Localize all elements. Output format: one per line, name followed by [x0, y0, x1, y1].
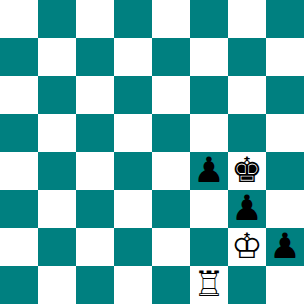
- square-g2[interactable]: ♔: [228, 228, 266, 266]
- square-e4[interactable]: [152, 152, 190, 190]
- black-pawn-icon: ♟: [231, 190, 262, 227]
- square-g6[interactable]: [228, 76, 266, 114]
- square-a1[interactable]: [0, 266, 38, 304]
- square-f5[interactable]: [190, 114, 228, 152]
- square-b7[interactable]: [38, 38, 76, 76]
- square-c6[interactable]: [76, 76, 114, 114]
- square-c7[interactable]: [76, 38, 114, 76]
- square-e8[interactable]: [152, 0, 190, 38]
- square-b5[interactable]: [38, 114, 76, 152]
- square-d7[interactable]: [114, 38, 152, 76]
- square-b3[interactable]: [38, 190, 76, 228]
- square-g3[interactable]: ♟: [228, 190, 266, 228]
- square-b4[interactable]: [38, 152, 76, 190]
- square-g4[interactable]: ♚: [228, 152, 266, 190]
- square-d6[interactable]: [114, 76, 152, 114]
- square-e1[interactable]: [152, 266, 190, 304]
- square-c2[interactable]: [76, 228, 114, 266]
- square-c8[interactable]: [76, 0, 114, 38]
- square-h2[interactable]: ♟: [266, 228, 304, 266]
- square-f4[interactable]: ♟: [190, 152, 228, 190]
- square-a3[interactable]: [0, 190, 38, 228]
- square-e3[interactable]: [152, 190, 190, 228]
- square-f7[interactable]: [190, 38, 228, 76]
- square-d8[interactable]: [114, 0, 152, 38]
- square-h8[interactable]: [266, 0, 304, 38]
- square-h4[interactable]: [266, 152, 304, 190]
- square-d3[interactable]: [114, 190, 152, 228]
- square-c5[interactable]: [76, 114, 114, 152]
- black-pawn-icon: ♟: [193, 152, 224, 189]
- square-c4[interactable]: [76, 152, 114, 190]
- square-e6[interactable]: [152, 76, 190, 114]
- square-e5[interactable]: [152, 114, 190, 152]
- square-a7[interactable]: [0, 38, 38, 76]
- square-b1[interactable]: [38, 266, 76, 304]
- square-a4[interactable]: [0, 152, 38, 190]
- square-g1[interactable]: [228, 266, 266, 304]
- square-h1[interactable]: [266, 266, 304, 304]
- square-d1[interactable]: [114, 266, 152, 304]
- square-h3[interactable]: [266, 190, 304, 228]
- square-f3[interactable]: [190, 190, 228, 228]
- square-b8[interactable]: [38, 0, 76, 38]
- square-h5[interactable]: [266, 114, 304, 152]
- square-d4[interactable]: [114, 152, 152, 190]
- square-c1[interactable]: [76, 266, 114, 304]
- square-g5[interactable]: [228, 114, 266, 152]
- square-h7[interactable]: [266, 38, 304, 76]
- square-d5[interactable]: [114, 114, 152, 152]
- square-h6[interactable]: [266, 76, 304, 114]
- black-pawn-icon: ♟: [269, 228, 300, 265]
- square-f6[interactable]: [190, 76, 228, 114]
- square-a5[interactable]: [0, 114, 38, 152]
- white-king-icon: ♔: [231, 228, 262, 265]
- square-e7[interactable]: [152, 38, 190, 76]
- square-a2[interactable]: [0, 228, 38, 266]
- square-g8[interactable]: [228, 0, 266, 38]
- square-a8[interactable]: [0, 0, 38, 38]
- square-f1[interactable]: ♖: [190, 266, 228, 304]
- chess-board: ♟♚♟♔♟♖: [0, 0, 304, 304]
- square-a6[interactable]: [0, 76, 38, 114]
- square-d2[interactable]: [114, 228, 152, 266]
- square-e2[interactable]: [152, 228, 190, 266]
- white-rook-icon: ♖: [193, 266, 224, 303]
- black-king-icon: ♚: [231, 152, 262, 189]
- square-c3[interactable]: [76, 190, 114, 228]
- square-b2[interactable]: [38, 228, 76, 266]
- square-f8[interactable]: [190, 0, 228, 38]
- square-g7[interactable]: [228, 38, 266, 76]
- square-f2[interactable]: [190, 228, 228, 266]
- square-b6[interactable]: [38, 76, 76, 114]
